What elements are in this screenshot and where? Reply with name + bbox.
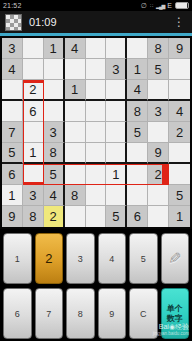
network-type-label: E bbox=[167, 2, 172, 9]
cell-r4c6[interactable] bbox=[106, 101, 127, 122]
mute-icon: ∅ bbox=[141, 2, 147, 9]
cell-r6c8[interactable]: 9 bbox=[148, 143, 169, 164]
cell-r5c5[interactable] bbox=[86, 122, 107, 143]
cell-r7c3[interactable]: 5 bbox=[44, 164, 65, 185]
cell-r4c9[interactable]: 4 bbox=[169, 101, 190, 122]
keypad-1[interactable]: 1 bbox=[3, 233, 32, 284]
cell-r6c1[interactable]: 5 bbox=[2, 143, 23, 164]
cell-r2c3[interactable] bbox=[44, 59, 65, 80]
cell-r8c2[interactable]: 3 bbox=[23, 185, 44, 206]
cell-r8c3[interactable]: 4 bbox=[44, 185, 65, 206]
cell-r8c8[interactable] bbox=[148, 185, 169, 206]
keypad-2[interactable]: 2 bbox=[35, 233, 64, 284]
cell-r4c7[interactable]: 8 bbox=[127, 101, 148, 122]
app-bar: 01:09 ⋮ bbox=[0, 11, 192, 33]
cell-r9c6[interactable]: 5 bbox=[106, 206, 127, 227]
cell-r5c4[interactable] bbox=[65, 122, 86, 143]
cell-r8c9[interactable]: 5 bbox=[169, 185, 190, 206]
cell-r2c2[interactable] bbox=[23, 59, 44, 80]
cell-r5c3[interactable]: 3 bbox=[44, 122, 65, 143]
cell-r7c1[interactable]: 6 bbox=[2, 164, 23, 185]
cell-r8c5[interactable] bbox=[86, 185, 107, 206]
cell-r1c8[interactable]: 8 bbox=[148, 38, 169, 59]
cell-r3c1[interactable] bbox=[2, 80, 23, 101]
cell-r4c2[interactable]: 6 bbox=[23, 101, 44, 122]
pencil-icon: ✎ bbox=[168, 249, 181, 268]
cell-r5c6[interactable] bbox=[106, 122, 127, 143]
cell-r6c3[interactable]: 8 bbox=[44, 143, 65, 164]
signal-icon: ▂▄▆ bbox=[156, 3, 164, 9]
battery-icon bbox=[175, 2, 189, 9]
cell-r8c7[interactable] bbox=[127, 185, 148, 206]
pencil-button[interactable]: ✎ bbox=[161, 233, 190, 284]
cell-r3c2[interactable]: 2 bbox=[23, 80, 44, 101]
cell-r3c8[interactable] bbox=[148, 80, 169, 101]
cell-r2c7[interactable]: 1 bbox=[127, 59, 148, 80]
clock: 21:52 bbox=[3, 2, 22, 9]
cell-r6c2[interactable]: 1 bbox=[23, 143, 44, 164]
cell-r5c2[interactable] bbox=[23, 122, 44, 143]
keypad-4[interactable]: 4 bbox=[98, 233, 127, 284]
cell-r9c8[interactable] bbox=[148, 206, 169, 227]
cell-r6c9[interactable] bbox=[169, 143, 190, 164]
cell-r1c6[interactable] bbox=[106, 38, 127, 59]
keypad-3[interactable]: 3 bbox=[66, 233, 95, 284]
keypad-9[interactable]: 9 bbox=[98, 288, 127, 339]
cell-r1c7[interactable] bbox=[127, 38, 148, 59]
cell-r6c7[interactable] bbox=[127, 143, 148, 164]
cell-r9c2[interactable]: 8 bbox=[23, 206, 44, 227]
cell-r3c6[interactable] bbox=[106, 80, 127, 101]
cell-r7c4[interactable] bbox=[65, 164, 86, 185]
overflow-menu-button[interactable]: ⋮ bbox=[171, 15, 187, 29]
cell-r4c8[interactable]: 3 bbox=[148, 101, 169, 122]
cell-r7c9[interactable] bbox=[169, 164, 190, 185]
cell-r7c8[interactable]: 2 bbox=[148, 164, 169, 185]
keypad-row-1: 12345✎ bbox=[0, 233, 192, 284]
keypad-5[interactable]: 5 bbox=[129, 233, 158, 284]
cell-r1c9[interactable]: 9 bbox=[169, 38, 190, 59]
cell-r3c9[interactable] bbox=[169, 80, 190, 101]
cell-r7c5[interactable] bbox=[86, 164, 107, 185]
cell-r5c9[interactable]: 2 bbox=[169, 122, 190, 143]
vibrate-icon: ∷ bbox=[150, 3, 153, 8]
cell-r7c2[interactable] bbox=[23, 164, 44, 185]
cell-r5c1[interactable]: 7 bbox=[2, 122, 23, 143]
cell-r3c7[interactable]: 4 bbox=[127, 80, 148, 101]
keypad-6[interactable]: 6 bbox=[3, 288, 32, 339]
cell-r9c5[interactable] bbox=[86, 206, 107, 227]
cell-r4c5[interactable] bbox=[86, 101, 107, 122]
cell-r4c4[interactable] bbox=[65, 101, 86, 122]
keypad-8[interactable]: 8 bbox=[66, 288, 95, 339]
cell-r9c4[interactable] bbox=[65, 206, 86, 227]
status-bar: 21:52 ∅ ∷ ▂▄▆ E bbox=[0, 0, 192, 11]
cell-r2c6[interactable]: 3 bbox=[106, 59, 127, 80]
cell-r9c1[interactable]: 9 bbox=[2, 206, 23, 227]
cell-r5c8[interactable] bbox=[148, 122, 169, 143]
cell-r1c3[interactable]: 1 bbox=[44, 38, 65, 59]
cell-r9c3[interactable]: 2 bbox=[44, 206, 65, 227]
cell-r8c4[interactable]: 8 bbox=[65, 185, 86, 206]
cell-r2c9[interactable] bbox=[169, 59, 190, 80]
cell-r1c1[interactable]: 3 bbox=[2, 38, 23, 59]
cell-r6c5[interactable] bbox=[86, 143, 107, 164]
cell-r7c6[interactable]: 1 bbox=[106, 164, 127, 185]
cell-r3c5[interactable] bbox=[86, 80, 107, 101]
sudoku-board: 314894315214683473525189651213485982561 bbox=[0, 36, 192, 229]
cell-r4c1[interactable] bbox=[2, 101, 23, 122]
single-digit-mode-button[interactable]: 单个数字 bbox=[161, 288, 190, 339]
cell-r9c9[interactable]: 1 bbox=[169, 206, 190, 227]
cell-r1c5[interactable] bbox=[86, 38, 107, 59]
cell-r9c7[interactable]: 6 bbox=[127, 206, 148, 227]
game-timer: 01:09 bbox=[29, 16, 57, 28]
cell-r3c3[interactable] bbox=[44, 80, 65, 101]
cell-r1c2[interactable] bbox=[23, 38, 44, 59]
cell-r3c4[interactable]: 1 bbox=[65, 80, 86, 101]
cell-r2c4[interactable] bbox=[65, 59, 86, 80]
clear-button[interactable]: C bbox=[129, 288, 158, 339]
single-digit-mode-label: 单个数字 bbox=[166, 304, 184, 324]
cell-r6c6[interactable] bbox=[106, 143, 127, 164]
cell-r2c5[interactable] bbox=[86, 59, 107, 80]
cell-r5c7[interactable]: 5 bbox=[127, 122, 148, 143]
cell-r7c7[interactable] bbox=[127, 164, 148, 185]
cell-r8c6[interactable] bbox=[106, 185, 127, 206]
cell-r2c1[interactable]: 4 bbox=[2, 59, 23, 80]
cell-r8c1[interactable]: 1 bbox=[2, 185, 23, 206]
keypad-row-2: 6789C单个数字 bbox=[0, 288, 192, 339]
cell-r4c3[interactable] bbox=[44, 101, 65, 122]
cell-r1c4[interactable]: 4 bbox=[65, 38, 86, 59]
cell-r6c4[interactable] bbox=[65, 143, 86, 164]
app-logo-icon bbox=[5, 14, 22, 31]
cell-r2c8[interactable]: 5 bbox=[148, 59, 169, 80]
keypad-7[interactable]: 7 bbox=[35, 288, 64, 339]
